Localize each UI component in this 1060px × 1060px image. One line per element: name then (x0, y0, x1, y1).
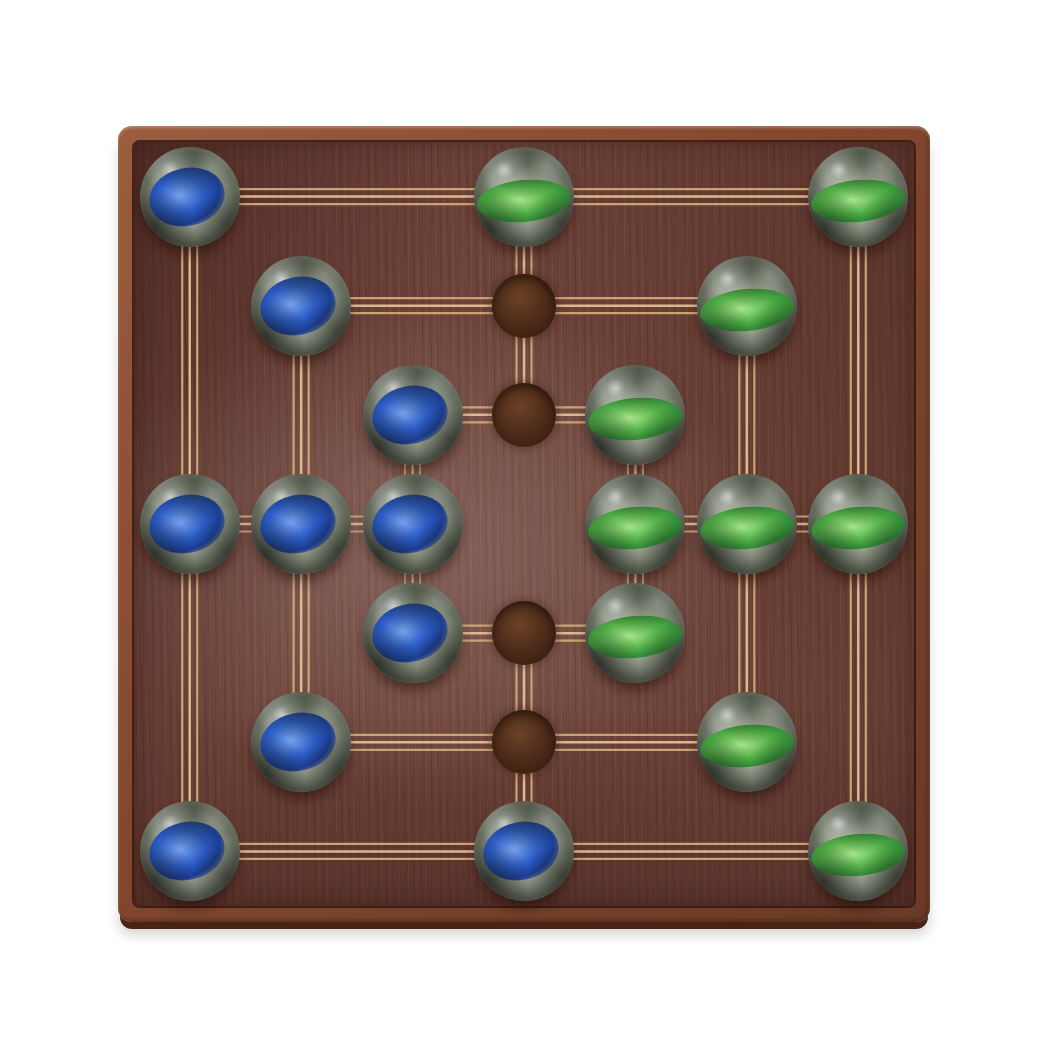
point-d5[interactable] (468, 360, 579, 469)
point-d2[interactable] (468, 688, 579, 797)
point-a1[interactable] (134, 797, 245, 906)
point-b4[interactable] (245, 469, 356, 578)
point-b2[interactable] (245, 688, 356, 797)
blue-marble[interactable] (140, 801, 240, 901)
blue-marble[interactable] (474, 801, 574, 901)
board-playing-field (134, 142, 914, 906)
green-marble[interactable] (808, 147, 908, 247)
point-f6[interactable] (691, 251, 802, 360)
green-marble[interactable] (697, 474, 797, 574)
blue-marble[interactable] (251, 474, 351, 574)
point-d3[interactable] (468, 579, 579, 688)
green-marble[interactable] (585, 583, 685, 683)
point-e5[interactable] (580, 360, 691, 469)
point-d1[interactable] (468, 797, 579, 906)
point-g7[interactable] (803, 142, 914, 251)
point-f4[interactable] (691, 469, 802, 578)
green-marble[interactable] (697, 256, 797, 356)
blue-marble[interactable] (140, 474, 240, 574)
point-e4[interactable] (580, 469, 691, 578)
blue-marble[interactable] (251, 256, 351, 356)
screenshot (0, 0, 1060, 1060)
green-marble[interactable] (808, 474, 908, 574)
point-c4[interactable] (357, 469, 468, 578)
point-d6[interactable] (468, 251, 579, 360)
point-g4[interactable] (803, 469, 914, 578)
blue-marble[interactable] (363, 474, 463, 574)
drilled-hole (492, 383, 556, 447)
point-c3[interactable] (357, 579, 468, 688)
point-f2[interactable] (691, 688, 802, 797)
blue-marble[interactable] (363, 365, 463, 465)
green-marble[interactable] (474, 147, 574, 247)
point-e3[interactable] (580, 579, 691, 688)
point-b6[interactable] (245, 251, 356, 360)
drilled-hole (492, 274, 556, 338)
points-grid (134, 142, 914, 906)
point-a7[interactable] (134, 142, 245, 251)
morris-board (118, 126, 930, 922)
blue-marble[interactable] (363, 583, 463, 683)
green-marble[interactable] (585, 474, 685, 574)
green-marble[interactable] (585, 365, 685, 465)
point-g1[interactable] (803, 797, 914, 906)
point-a4[interactable] (134, 469, 245, 578)
blue-marble[interactable] (251, 692, 351, 792)
green-marble[interactable] (808, 801, 908, 901)
drilled-hole (492, 710, 556, 774)
point-c5[interactable] (357, 360, 468, 469)
point-d7[interactable] (468, 142, 579, 251)
green-marble[interactable] (697, 692, 797, 792)
blue-marble[interactable] (140, 147, 240, 247)
drilled-hole (492, 601, 556, 665)
